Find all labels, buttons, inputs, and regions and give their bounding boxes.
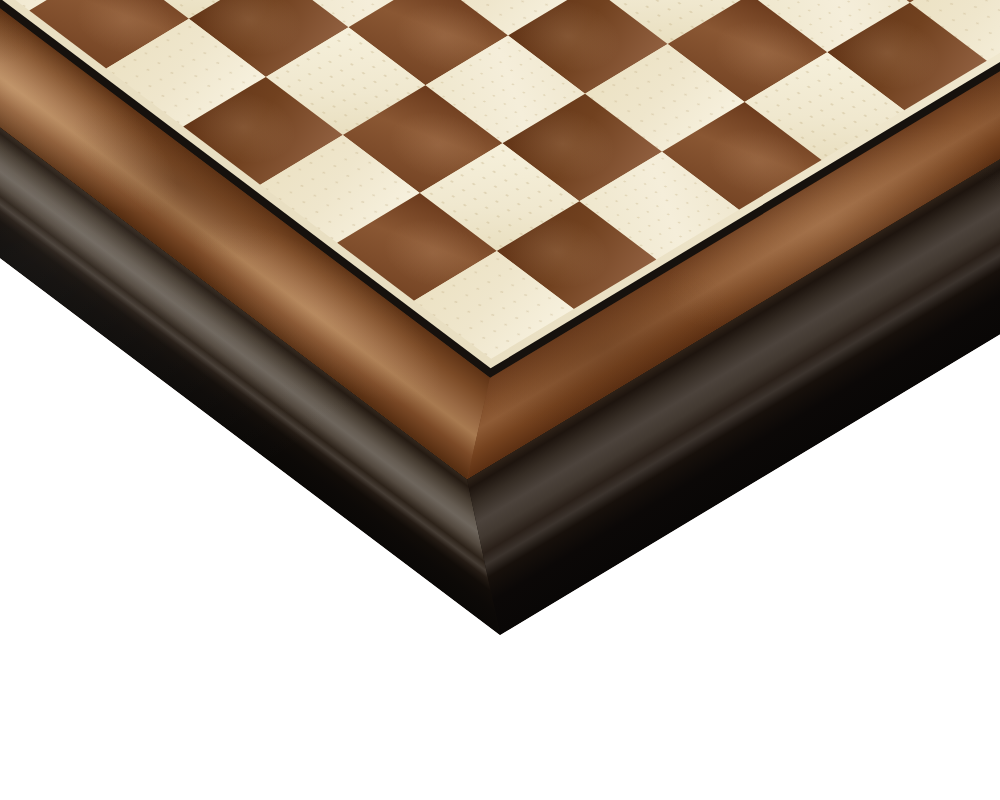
chess-board	[0, 0, 1000, 635]
product-photo-stage	[0, 0, 1000, 800]
